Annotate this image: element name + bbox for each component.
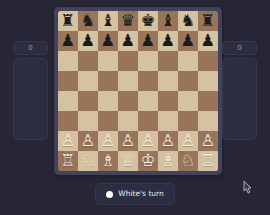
square-c4[interactable] (98, 91, 118, 111)
square-h2[interactable]: ♙ (198, 131, 218, 151)
square-d4[interactable] (118, 91, 138, 111)
right-captured-pieces-tray (222, 58, 257, 140)
black-pawn-piece[interactable]: ♟ (198, 31, 218, 51)
square-a5[interactable] (58, 71, 78, 91)
white-king-piece[interactable]: ♔ (138, 151, 158, 171)
square-c1[interactable]: ♗ (98, 151, 118, 171)
white-pawn-piece[interactable]: ♙ (138, 131, 158, 151)
white-knight-piece[interactable]: ♘ (78, 151, 98, 171)
square-c6[interactable] (98, 51, 118, 71)
square-f8[interactable]: ♝ (158, 11, 178, 31)
turn-status-button[interactable]: White's turn (95, 183, 175, 205)
square-b1[interactable]: ♘ (78, 151, 98, 171)
mouse-cursor (243, 181, 252, 194)
black-knight-piece[interactable]: ♞ (78, 11, 98, 31)
square-g3[interactable] (178, 111, 198, 131)
white-pawn-piece[interactable]: ♙ (198, 131, 218, 151)
white-pawn-piece[interactable]: ♙ (158, 131, 178, 151)
square-b4[interactable] (78, 91, 98, 111)
white-rook-piece[interactable]: ♖ (198, 151, 218, 171)
square-g5[interactable] (178, 71, 198, 91)
square-c3[interactable] (98, 111, 118, 131)
square-a3[interactable] (58, 111, 78, 131)
white-queen-piece[interactable]: ♕ (118, 151, 138, 171)
square-g6[interactable] (178, 51, 198, 71)
square-d3[interactable] (118, 111, 138, 131)
square-f1[interactable]: ♗ (158, 151, 178, 171)
white-pawn-piece[interactable]: ♙ (78, 131, 98, 151)
square-e5[interactable] (138, 71, 158, 91)
square-h3[interactable] (198, 111, 218, 131)
left-capture-count-badge: 0 (13, 41, 48, 55)
square-d5[interactable] (118, 71, 138, 91)
board-frame: ♜♞♝♛♚♝♞♜♟♟♟♟♟♟♟♟♙♙♙♙♙♙♙♙♖♘♗♕♔♗♘♖ (54, 7, 222, 175)
black-pawn-piece[interactable]: ♟ (58, 31, 78, 51)
square-h8[interactable]: ♜ (198, 11, 218, 31)
square-a7[interactable]: ♟ (58, 31, 78, 51)
square-d7[interactable]: ♟ (118, 31, 138, 51)
left-capture-count: 0 (28, 45, 32, 52)
square-h4[interactable] (198, 91, 218, 111)
square-d1[interactable]: ♕ (118, 151, 138, 171)
square-f7[interactable]: ♟ (158, 31, 178, 51)
square-g4[interactable] (178, 91, 198, 111)
square-e2[interactable]: ♙ (138, 131, 158, 151)
square-e6[interactable] (138, 51, 158, 71)
square-a2[interactable]: ♙ (58, 131, 78, 151)
square-c8[interactable]: ♝ (98, 11, 118, 31)
square-e7[interactable]: ♟ (138, 31, 158, 51)
black-bishop-piece[interactable]: ♝ (158, 11, 178, 31)
white-pawn-piece[interactable]: ♙ (118, 131, 138, 151)
square-a1[interactable]: ♖ (58, 151, 78, 171)
square-d6[interactable] (118, 51, 138, 71)
black-knight-piece[interactable]: ♞ (178, 11, 198, 31)
black-pawn-piece[interactable]: ♟ (158, 31, 178, 51)
left-captured-pieces-tray (13, 58, 48, 140)
turn-label: White's turn (118, 190, 164, 198)
square-b8[interactable]: ♞ (78, 11, 98, 31)
square-d8[interactable]: ♛ (118, 11, 138, 31)
chess-board: ♜♞♝♛♚♝♞♜♟♟♟♟♟♟♟♟♙♙♙♙♙♙♙♙♖♘♗♕♔♗♘♖ (58, 11, 218, 171)
square-f3[interactable] (158, 111, 178, 131)
square-e1[interactable]: ♔ (138, 151, 158, 171)
black-queen-piece[interactable]: ♛ (118, 11, 138, 31)
white-pawn-piece[interactable]: ♙ (178, 131, 198, 151)
white-bishop-piece[interactable]: ♗ (158, 151, 178, 171)
square-f2[interactable]: ♙ (158, 131, 178, 151)
square-c2[interactable]: ♙ (98, 131, 118, 151)
white-turn-indicator-dot (106, 191, 113, 198)
square-f6[interactable] (158, 51, 178, 71)
square-e8[interactable]: ♚ (138, 11, 158, 31)
square-c5[interactable] (98, 71, 118, 91)
black-pawn-piece[interactable]: ♟ (138, 31, 158, 51)
square-h5[interactable] (198, 71, 218, 91)
black-king-piece[interactable]: ♚ (138, 11, 158, 31)
square-b6[interactable] (78, 51, 98, 71)
black-bishop-piece[interactable]: ♝ (98, 11, 118, 31)
black-pawn-piece[interactable]: ♟ (178, 31, 198, 51)
black-rook-piece[interactable]: ♜ (58, 11, 78, 31)
square-h1[interactable]: ♖ (198, 151, 218, 171)
square-c7[interactable]: ♟ (98, 31, 118, 51)
square-e4[interactable] (138, 91, 158, 111)
square-g8[interactable]: ♞ (178, 11, 198, 31)
square-h6[interactable] (198, 51, 218, 71)
square-a8[interactable]: ♜ (58, 11, 78, 31)
black-rook-piece[interactable]: ♜ (198, 11, 218, 31)
square-a6[interactable] (58, 51, 78, 71)
black-pawn-piece[interactable]: ♟ (98, 31, 118, 51)
black-pawn-piece[interactable]: ♟ (78, 31, 98, 51)
right-capture-count-badge: 0 (222, 41, 257, 55)
square-g1[interactable]: ♘ (178, 151, 198, 171)
square-d2[interactable]: ♙ (118, 131, 138, 151)
square-h7[interactable]: ♟ (198, 31, 218, 51)
white-knight-piece[interactable]: ♘ (178, 151, 198, 171)
right-capture-count: 0 (237, 45, 241, 52)
white-pawn-piece[interactable]: ♙ (98, 131, 118, 151)
white-bishop-piece[interactable]: ♗ (98, 151, 118, 171)
square-f4[interactable] (158, 91, 178, 111)
square-b5[interactable] (78, 71, 98, 91)
black-pawn-piece[interactable]: ♟ (118, 31, 138, 51)
square-f5[interactable] (158, 71, 178, 91)
white-pawn-piece[interactable]: ♙ (58, 131, 78, 151)
white-rook-piece[interactable]: ♖ (58, 151, 78, 171)
square-e3[interactable] (138, 111, 158, 131)
square-g2[interactable]: ♙ (178, 131, 198, 151)
square-a4[interactable] (58, 91, 78, 111)
square-b3[interactable] (78, 111, 98, 131)
square-g7[interactable]: ♟ (178, 31, 198, 51)
square-b7[interactable]: ♟ (78, 31, 98, 51)
square-b2[interactable]: ♙ (78, 131, 98, 151)
